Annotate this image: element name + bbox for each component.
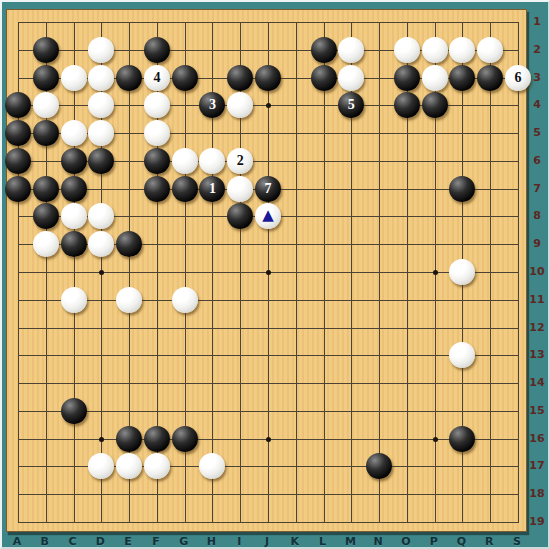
grid-line-vertical <box>379 22 380 523</box>
stone-black-C6[interactable] <box>61 148 87 174</box>
move-number: 6 <box>515 71 522 85</box>
stone-white-C8[interactable] <box>61 203 87 229</box>
stone-black-B3[interactable] <box>33 65 59 91</box>
column-label-S: S <box>513 535 521 548</box>
stone-white-B9[interactable] <box>33 231 59 257</box>
stone-black-B7[interactable] <box>33 176 59 202</box>
move-number: 4 <box>153 71 160 85</box>
stone-black-Q7[interactable] <box>449 176 475 202</box>
column-label-B: B <box>41 535 49 548</box>
stone-black-A4[interactable] <box>5 92 31 118</box>
stone-white-F3[interactable]: 4 <box>144 65 170 91</box>
grid-line-horizontal <box>18 522 519 523</box>
column-label-H: H <box>207 535 216 548</box>
stone-white-C11[interactable] <box>61 287 87 313</box>
stone-white-P3[interactable] <box>422 65 448 91</box>
stone-black-F16[interactable] <box>144 426 170 452</box>
grid-line-horizontal <box>18 355 519 356</box>
stone-black-C9[interactable] <box>61 231 87 257</box>
row-label-5: 5 <box>533 126 541 139</box>
column-label-M: M <box>345 535 356 548</box>
stone-black-I8[interactable] <box>227 203 253 229</box>
stone-white-B4[interactable] <box>33 92 59 118</box>
grid-line-horizontal <box>18 411 519 412</box>
stone-white-M2[interactable] <box>338 37 364 63</box>
row-label-10: 10 <box>529 265 544 278</box>
row-label-18: 18 <box>529 487 544 500</box>
stone-white-F5[interactable] <box>144 120 170 146</box>
stone-black-E9[interactable] <box>116 231 142 257</box>
stone-black-M4[interactable]: 5 <box>338 92 364 118</box>
column-label-R: R <box>485 535 493 548</box>
stone-white-G11[interactable] <box>172 287 198 313</box>
stone-black-E16[interactable] <box>116 426 142 452</box>
row-label-16: 16 <box>529 431 544 444</box>
stone-white-D17[interactable] <box>88 453 114 479</box>
stone-black-A5[interactable] <box>5 120 31 146</box>
stone-black-J7[interactable]: 7 <box>255 176 281 202</box>
column-label-F: F <box>152 535 160 548</box>
move-number: 5 <box>348 98 355 112</box>
stone-black-F2[interactable] <box>144 37 170 63</box>
stone-black-B8[interactable] <box>33 203 59 229</box>
stone-white-I7[interactable] <box>227 176 253 202</box>
stone-white-F4[interactable] <box>144 92 170 118</box>
row-label-14: 14 <box>529 376 544 389</box>
stone-white-E17[interactable] <box>116 453 142 479</box>
stone-white-I6[interactable]: 2 <box>227 148 253 174</box>
triangle-mark-icon: ▲ <box>262 208 274 223</box>
row-label-7: 7 <box>533 181 541 194</box>
stone-black-E3[interactable] <box>116 65 142 91</box>
row-label-4: 4 <box>533 98 541 111</box>
stone-white-D3[interactable] <box>88 65 114 91</box>
stone-black-C7[interactable] <box>61 176 87 202</box>
stone-white-D4[interactable] <box>88 92 114 118</box>
row-label-1: 1 <box>533 15 541 28</box>
stone-black-A7[interactable] <box>5 176 31 202</box>
row-label-17: 17 <box>529 459 544 472</box>
go-board[interactable]: 4635217▲ <box>6 9 527 532</box>
stone-white-D5[interactable] <box>88 120 114 146</box>
star-point-J16 <box>266 437 271 442</box>
star-point-J10 <box>266 270 271 275</box>
grid-line-vertical <box>518 22 519 523</box>
stone-white-H17[interactable] <box>199 453 225 479</box>
stone-black-G7[interactable] <box>172 176 198 202</box>
go-diagram-window: 4635217▲ ABCDEFGHIJKLMNOPQRS123456789101… <box>0 0 550 549</box>
stone-white-S3[interactable]: 6 <box>505 65 531 91</box>
stone-white-F17[interactable] <box>144 453 170 479</box>
stone-black-N17[interactable] <box>366 453 392 479</box>
row-label-8: 8 <box>533 209 541 222</box>
column-label-C: C <box>69 535 77 548</box>
stone-black-B2[interactable] <box>33 37 59 63</box>
stone-white-E11[interactable] <box>116 287 142 313</box>
stone-black-L3[interactable] <box>311 65 337 91</box>
stone-black-H7[interactable]: 1 <box>199 176 225 202</box>
row-label-15: 15 <box>529 403 544 416</box>
stone-black-J3[interactable] <box>255 65 281 91</box>
stone-black-D6[interactable] <box>88 148 114 174</box>
row-label-19: 19 <box>529 515 544 528</box>
column-label-J: J <box>265 535 269 548</box>
column-label-I: I <box>237 535 241 548</box>
row-label-9: 9 <box>533 237 541 250</box>
stone-black-F7[interactable] <box>144 176 170 202</box>
grid-line-vertical <box>490 22 491 523</box>
row-label-12: 12 <box>529 320 544 333</box>
stone-black-C15[interactable] <box>61 398 87 424</box>
row-label-13: 13 <box>529 348 544 361</box>
column-label-N: N <box>374 535 383 548</box>
stone-white-P2[interactable] <box>422 37 448 63</box>
move-number: 3 <box>209 98 216 112</box>
column-label-P: P <box>430 535 438 548</box>
row-label-2: 2 <box>533 42 541 55</box>
stone-black-R3[interactable] <box>477 65 503 91</box>
stone-black-H4[interactable]: 3 <box>199 92 225 118</box>
stone-black-I3[interactable] <box>227 65 253 91</box>
move-number: 2 <box>237 154 244 168</box>
column-label-K: K <box>291 535 300 548</box>
star-point-P10 <box>433 270 438 275</box>
stone-white-M3[interactable] <box>338 65 364 91</box>
column-label-A: A <box>13 535 22 548</box>
grid-line-horizontal <box>18 328 519 329</box>
star-point-D16 <box>99 437 104 442</box>
grid-line-horizontal <box>18 494 519 495</box>
stone-black-G16[interactable] <box>172 426 198 452</box>
row-label-3: 3 <box>533 70 541 83</box>
column-label-L: L <box>319 535 326 548</box>
stone-black-O4[interactable] <box>394 92 420 118</box>
grid-line-vertical <box>296 22 297 523</box>
stone-black-G3[interactable] <box>172 65 198 91</box>
stone-black-L2[interactable] <box>311 37 337 63</box>
stone-white-R2[interactable] <box>477 37 503 63</box>
stone-black-B5[interactable] <box>33 120 59 146</box>
star-point-P16 <box>433 437 438 442</box>
stone-white-H6[interactable] <box>199 148 225 174</box>
stone-white-Q2[interactable] <box>449 37 475 63</box>
stone-white-D8[interactable] <box>88 203 114 229</box>
stone-white-I4[interactable] <box>227 92 253 118</box>
column-label-Q: Q <box>457 535 466 548</box>
stone-white-Q13[interactable] <box>449 342 475 368</box>
star-point-J4 <box>266 103 271 108</box>
stone-black-P4[interactable] <box>422 92 448 118</box>
grid-line-horizontal <box>18 383 519 384</box>
stone-black-Q3[interactable] <box>449 65 475 91</box>
grid-line-horizontal <box>18 300 519 301</box>
stone-white-Q10[interactable] <box>449 259 475 285</box>
stone-white-D9[interactable] <box>88 231 114 257</box>
stone-black-A6[interactable] <box>5 148 31 174</box>
stone-white-D2[interactable] <box>88 37 114 63</box>
stone-black-F6[interactable] <box>144 148 170 174</box>
stone-black-O3[interactable] <box>394 65 420 91</box>
star-point-D10 <box>99 270 104 275</box>
column-label-D: D <box>96 535 105 548</box>
column-label-G: G <box>179 535 188 548</box>
stone-white-J8[interactable]: ▲ <box>255 203 281 229</box>
move-number: 1 <box>209 182 216 196</box>
row-label-6: 6 <box>533 153 541 166</box>
stone-white-C3[interactable] <box>61 65 87 91</box>
stone-black-Q16[interactable] <box>449 426 475 452</box>
stone-white-O2[interactable] <box>394 37 420 63</box>
row-label-11: 11 <box>529 292 544 305</box>
stone-white-G6[interactable] <box>172 148 198 174</box>
stone-white-C5[interactable] <box>61 120 87 146</box>
column-label-E: E <box>124 535 132 548</box>
move-number: 7 <box>265 182 272 196</box>
grid-line-vertical <box>324 22 325 523</box>
column-label-O: O <box>401 535 410 548</box>
